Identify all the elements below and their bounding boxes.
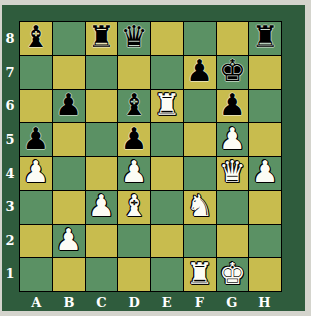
- black-pawn-icon[interactable]: ♟: [55, 90, 82, 120]
- square-f3[interactable]: ♞: [184, 191, 216, 224]
- square-d5[interactable]: ♟: [118, 123, 150, 156]
- square-b2[interactable]: ♟: [53, 225, 85, 258]
- white-pawn-icon[interactable]: ♟: [88, 191, 115, 221]
- rank-label-6: 6: [2, 89, 18, 123]
- rank-label-8: 8: [2, 22, 18, 56]
- square-g3[interactable]: [217, 191, 249, 224]
- square-a5[interactable]: ♟: [20, 123, 52, 156]
- square-d2[interactable]: [118, 225, 150, 258]
- square-g2[interactable]: [217, 225, 249, 258]
- white-queen-icon[interactable]: ♛: [219, 157, 246, 187]
- white-pawn-icon[interactable]: ♟: [252, 157, 279, 187]
- square-h8[interactable]: ♜: [249, 22, 281, 55]
- square-f8[interactable]: [184, 22, 216, 55]
- square-d7[interactable]: [118, 56, 150, 89]
- square-c3[interactable]: ♟: [86, 191, 118, 224]
- square-e5[interactable]: [151, 123, 183, 156]
- rank-label-7: 7: [2, 56, 18, 90]
- square-h1[interactable]: [249, 258, 281, 291]
- square-d8[interactable]: ♛: [118, 22, 150, 55]
- square-d4[interactable]: ♟: [118, 157, 150, 190]
- file-label-h: H: [248, 295, 281, 310]
- square-b8[interactable]: [53, 22, 85, 55]
- square-g6[interactable]: ♟: [217, 90, 249, 123]
- square-d3[interactable]: ♝: [118, 191, 150, 224]
- white-king-icon[interactable]: ♚: [219, 259, 246, 289]
- square-f6[interactable]: [184, 90, 216, 123]
- square-b5[interactable]: [53, 123, 85, 156]
- file-label-a: A: [20, 295, 53, 310]
- square-d6[interactable]: ♝: [118, 90, 150, 123]
- square-b3[interactable]: [53, 191, 85, 224]
- white-pawn-icon[interactable]: ♟: [121, 157, 148, 187]
- black-bishop-icon[interactable]: ♝: [121, 90, 148, 120]
- square-g7[interactable]: ♚: [217, 56, 249, 89]
- square-f4[interactable]: [184, 157, 216, 190]
- square-g4[interactable]: ♛: [217, 157, 249, 190]
- white-knight-icon[interactable]: ♞: [186, 191, 213, 221]
- white-bishop-icon[interactable]: ♝: [121, 191, 148, 221]
- black-rook-icon[interactable]: ♜: [88, 22, 115, 52]
- square-a6[interactable]: [20, 90, 52, 123]
- file-label-g: G: [216, 295, 249, 310]
- square-h2[interactable]: [249, 225, 281, 258]
- square-e1[interactable]: [151, 258, 183, 291]
- file-label-b: B: [53, 295, 86, 310]
- file-label-f: F: [183, 295, 216, 310]
- square-h6[interactable]: [249, 90, 281, 123]
- square-a8[interactable]: ♝: [20, 22, 52, 55]
- square-a2[interactable]: [20, 225, 52, 258]
- rank-label-2: 2: [2, 224, 18, 258]
- square-a3[interactable]: [20, 191, 52, 224]
- square-a1[interactable]: [20, 258, 52, 291]
- square-f1[interactable]: ♜: [184, 258, 216, 291]
- black-bishop-icon[interactable]: ♝: [22, 22, 49, 52]
- square-g1[interactable]: ♚: [217, 258, 249, 291]
- square-c2[interactable]: [86, 225, 118, 258]
- square-b7[interactable]: [53, 56, 85, 89]
- square-e2[interactable]: [151, 225, 183, 258]
- square-g5[interactable]: ♟: [217, 123, 249, 156]
- square-e3[interactable]: [151, 191, 183, 224]
- black-pawn-icon[interactable]: ♟: [121, 124, 148, 154]
- white-pawn-icon[interactable]: ♟: [22, 157, 49, 187]
- square-h5[interactable]: [249, 123, 281, 156]
- black-king-icon[interactable]: ♚: [219, 56, 246, 86]
- rank-label-1: 1: [2, 257, 18, 291]
- chess-board: ♝♜♛♜♟♚♟♝♜♟♟♟♟♟♟♛♟♟♝♞♟♜♚: [19, 21, 282, 292]
- black-pawn-icon[interactable]: ♟: [22, 124, 49, 154]
- square-c4[interactable]: [86, 157, 118, 190]
- file-label-d: D: [118, 295, 151, 310]
- square-c8[interactable]: ♜: [86, 22, 118, 55]
- square-g8[interactable]: [217, 22, 249, 55]
- rank-label-3: 3: [2, 190, 18, 224]
- square-f5[interactable]: [184, 123, 216, 156]
- square-h7[interactable]: [249, 56, 281, 89]
- square-f2[interactable]: [184, 225, 216, 258]
- square-b6[interactable]: ♟: [53, 90, 85, 123]
- square-a7[interactable]: [20, 56, 52, 89]
- square-c1[interactable]: [86, 258, 118, 291]
- square-f7[interactable]: ♟: [184, 56, 216, 89]
- square-e6[interactable]: ♜: [151, 90, 183, 123]
- file-label-c: C: [85, 295, 118, 310]
- white-pawn-icon[interactable]: ♟: [219, 124, 246, 154]
- white-rook-icon[interactable]: ♜: [186, 259, 213, 289]
- square-a4[interactable]: ♟: [20, 157, 52, 190]
- rank-label-4: 4: [2, 156, 18, 190]
- square-c7[interactable]: [86, 56, 118, 89]
- rank-label-5: 5: [2, 123, 18, 157]
- black-pawn-icon[interactable]: ♟: [219, 90, 246, 120]
- square-b1[interactable]: [53, 258, 85, 291]
- square-h4[interactable]: ♟: [249, 157, 281, 190]
- square-h3[interactable]: [249, 191, 281, 224]
- black-rook-icon[interactable]: ♜: [252, 22, 279, 52]
- square-d1[interactable]: [118, 258, 150, 291]
- white-pawn-icon[interactable]: ♟: [55, 225, 82, 255]
- square-c5[interactable]: [86, 123, 118, 156]
- square-b4[interactable]: [53, 157, 85, 190]
- black-pawn-icon[interactable]: ♟: [186, 56, 213, 86]
- square-e8[interactable]: [151, 22, 183, 55]
- file-label-e: E: [150, 295, 183, 310]
- white-rook-icon[interactable]: ♜: [153, 90, 180, 120]
- square-e7[interactable]: [151, 56, 183, 89]
- black-queen-icon[interactable]: ♛: [121, 22, 148, 52]
- square-c6[interactable]: [86, 90, 118, 123]
- square-e4[interactable]: [151, 157, 183, 190]
